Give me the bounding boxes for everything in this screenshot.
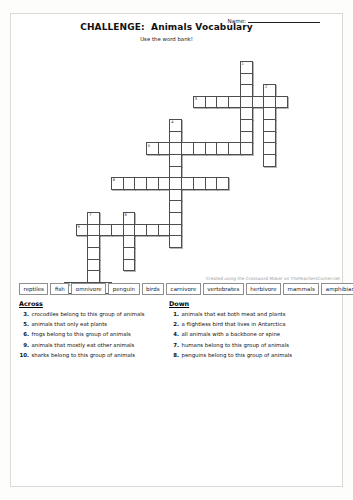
clue-number: 4: [171, 120, 173, 124]
clue-item: 2.a flightless bird that lives in Antarc…: [169, 321, 292, 327]
clue-item-number: 9.: [19, 342, 29, 348]
clue-item-text: animals that mostly eat other animals: [32, 342, 135, 348]
grid-cell: [169, 235, 182, 248]
clue-item: 9.animals that mostly eat other animals: [19, 342, 145, 348]
word-bank-item: amphibians: [321, 283, 353, 295]
clue-item-text: animals that only eat plants: [32, 321, 108, 327]
clue-number: 6: [113, 178, 115, 182]
clue-number: 7: [89, 213, 91, 217]
page-subtitle: Use the word bank!: [0, 36, 333, 42]
down-heading: Down: [169, 300, 292, 308]
clue-number: 8: [124, 213, 126, 217]
word-bank: reptilesfishomnivorepenguinbirdscarnivor…: [19, 283, 353, 295]
clue-number: 3: [195, 97, 197, 101]
clue-number: 5: [148, 144, 150, 148]
clue-item-number: 10.: [19, 352, 29, 358]
clue-item-number: 5.: [19, 321, 29, 327]
clue-number: 1: [242, 62, 244, 66]
page-border: [10, 13, 343, 487]
page-title: CHALLENGE: Animals Vocabulary: [0, 22, 333, 32]
across-heading: Across: [19, 300, 145, 308]
clue-item-text: frogs belong to this group of animals: [32, 331, 131, 337]
grid-cell: [240, 142, 253, 155]
clue-item-text: all animals with a backbone or spine: [182, 331, 281, 337]
word-bank-item: carnivore: [166, 283, 201, 295]
clue-item-number: 3.: [19, 311, 29, 317]
clue-item-number: 7.: [169, 342, 179, 348]
down-clues: Down 1.animals that eat both meat and pl…: [169, 300, 292, 362]
clue-item: 3.crocodiles belong to this group of ani…: [19, 311, 145, 317]
across-clues: Across 3.crocodiles belong to this group…: [19, 300, 145, 362]
word-bank-item: fish: [50, 283, 69, 295]
across-list: 3.crocodiles belong to this group of ani…: [19, 311, 145, 358]
clue-item-text: animals that eat both meat and plants: [182, 311, 286, 317]
grid-cell: [123, 259, 136, 272]
word-bank-item: penguin: [108, 283, 139, 295]
word-bank-item: reptiles: [19, 283, 48, 295]
clue-item-number: 8.: [169, 352, 179, 358]
down-list: 1.animals that eat both meat and plants2…: [169, 311, 292, 358]
clue-number: 2: [265, 85, 267, 89]
grid-cell: [216, 177, 229, 190]
clue-item: 7.humans belong to this group of animals: [169, 342, 292, 348]
clue-item: 1.animals that eat both meat and plants: [169, 311, 292, 317]
grid-cell: [275, 96, 288, 109]
credit-line: Created using the Crossword Maker on The…: [206, 276, 340, 281]
word-bank-item: vertebrates: [203, 283, 244, 295]
clue-item-number: 2.: [169, 321, 179, 327]
clue-item: 5.animals that only eat plants: [19, 321, 145, 327]
clue-item-text: a flightless bird that lives in Antarcti…: [182, 321, 286, 327]
clue-item-number: 4.: [169, 331, 179, 337]
clue-number: 9: [78, 225, 80, 229]
clue-item: 10.sharks belong to this group of animal…: [19, 352, 145, 358]
word-bank-item: mammals: [283, 283, 319, 295]
clue-item-number: 1.: [169, 311, 179, 317]
clue-item-text: crocodiles belong to this group of anima…: [32, 311, 145, 317]
word-bank-item: birds: [142, 283, 165, 295]
clue-item: 4.all animals with a backbone or spine: [169, 331, 292, 337]
clue-item: 6.frogs belong to this group of animals: [19, 331, 145, 337]
clue-item-text: penguins belong to this group of animals: [182, 352, 293, 358]
clue-item-text: humans belong to this group of animals: [182, 342, 289, 348]
word-bank-item: herbivore: [246, 283, 281, 295]
grid-cell: [263, 154, 276, 167]
clue-item-text: sharks belong to this group of animals: [32, 352, 136, 358]
word-bank-item: omnivore: [71, 283, 106, 295]
clue-item: 8.penguins belong to this group of anima…: [169, 352, 292, 358]
clue-item-number: 6.: [19, 331, 29, 337]
worksheet-page: Name: CHALLENGE: Animals Vocabulary Use …: [0, 0, 353, 500]
